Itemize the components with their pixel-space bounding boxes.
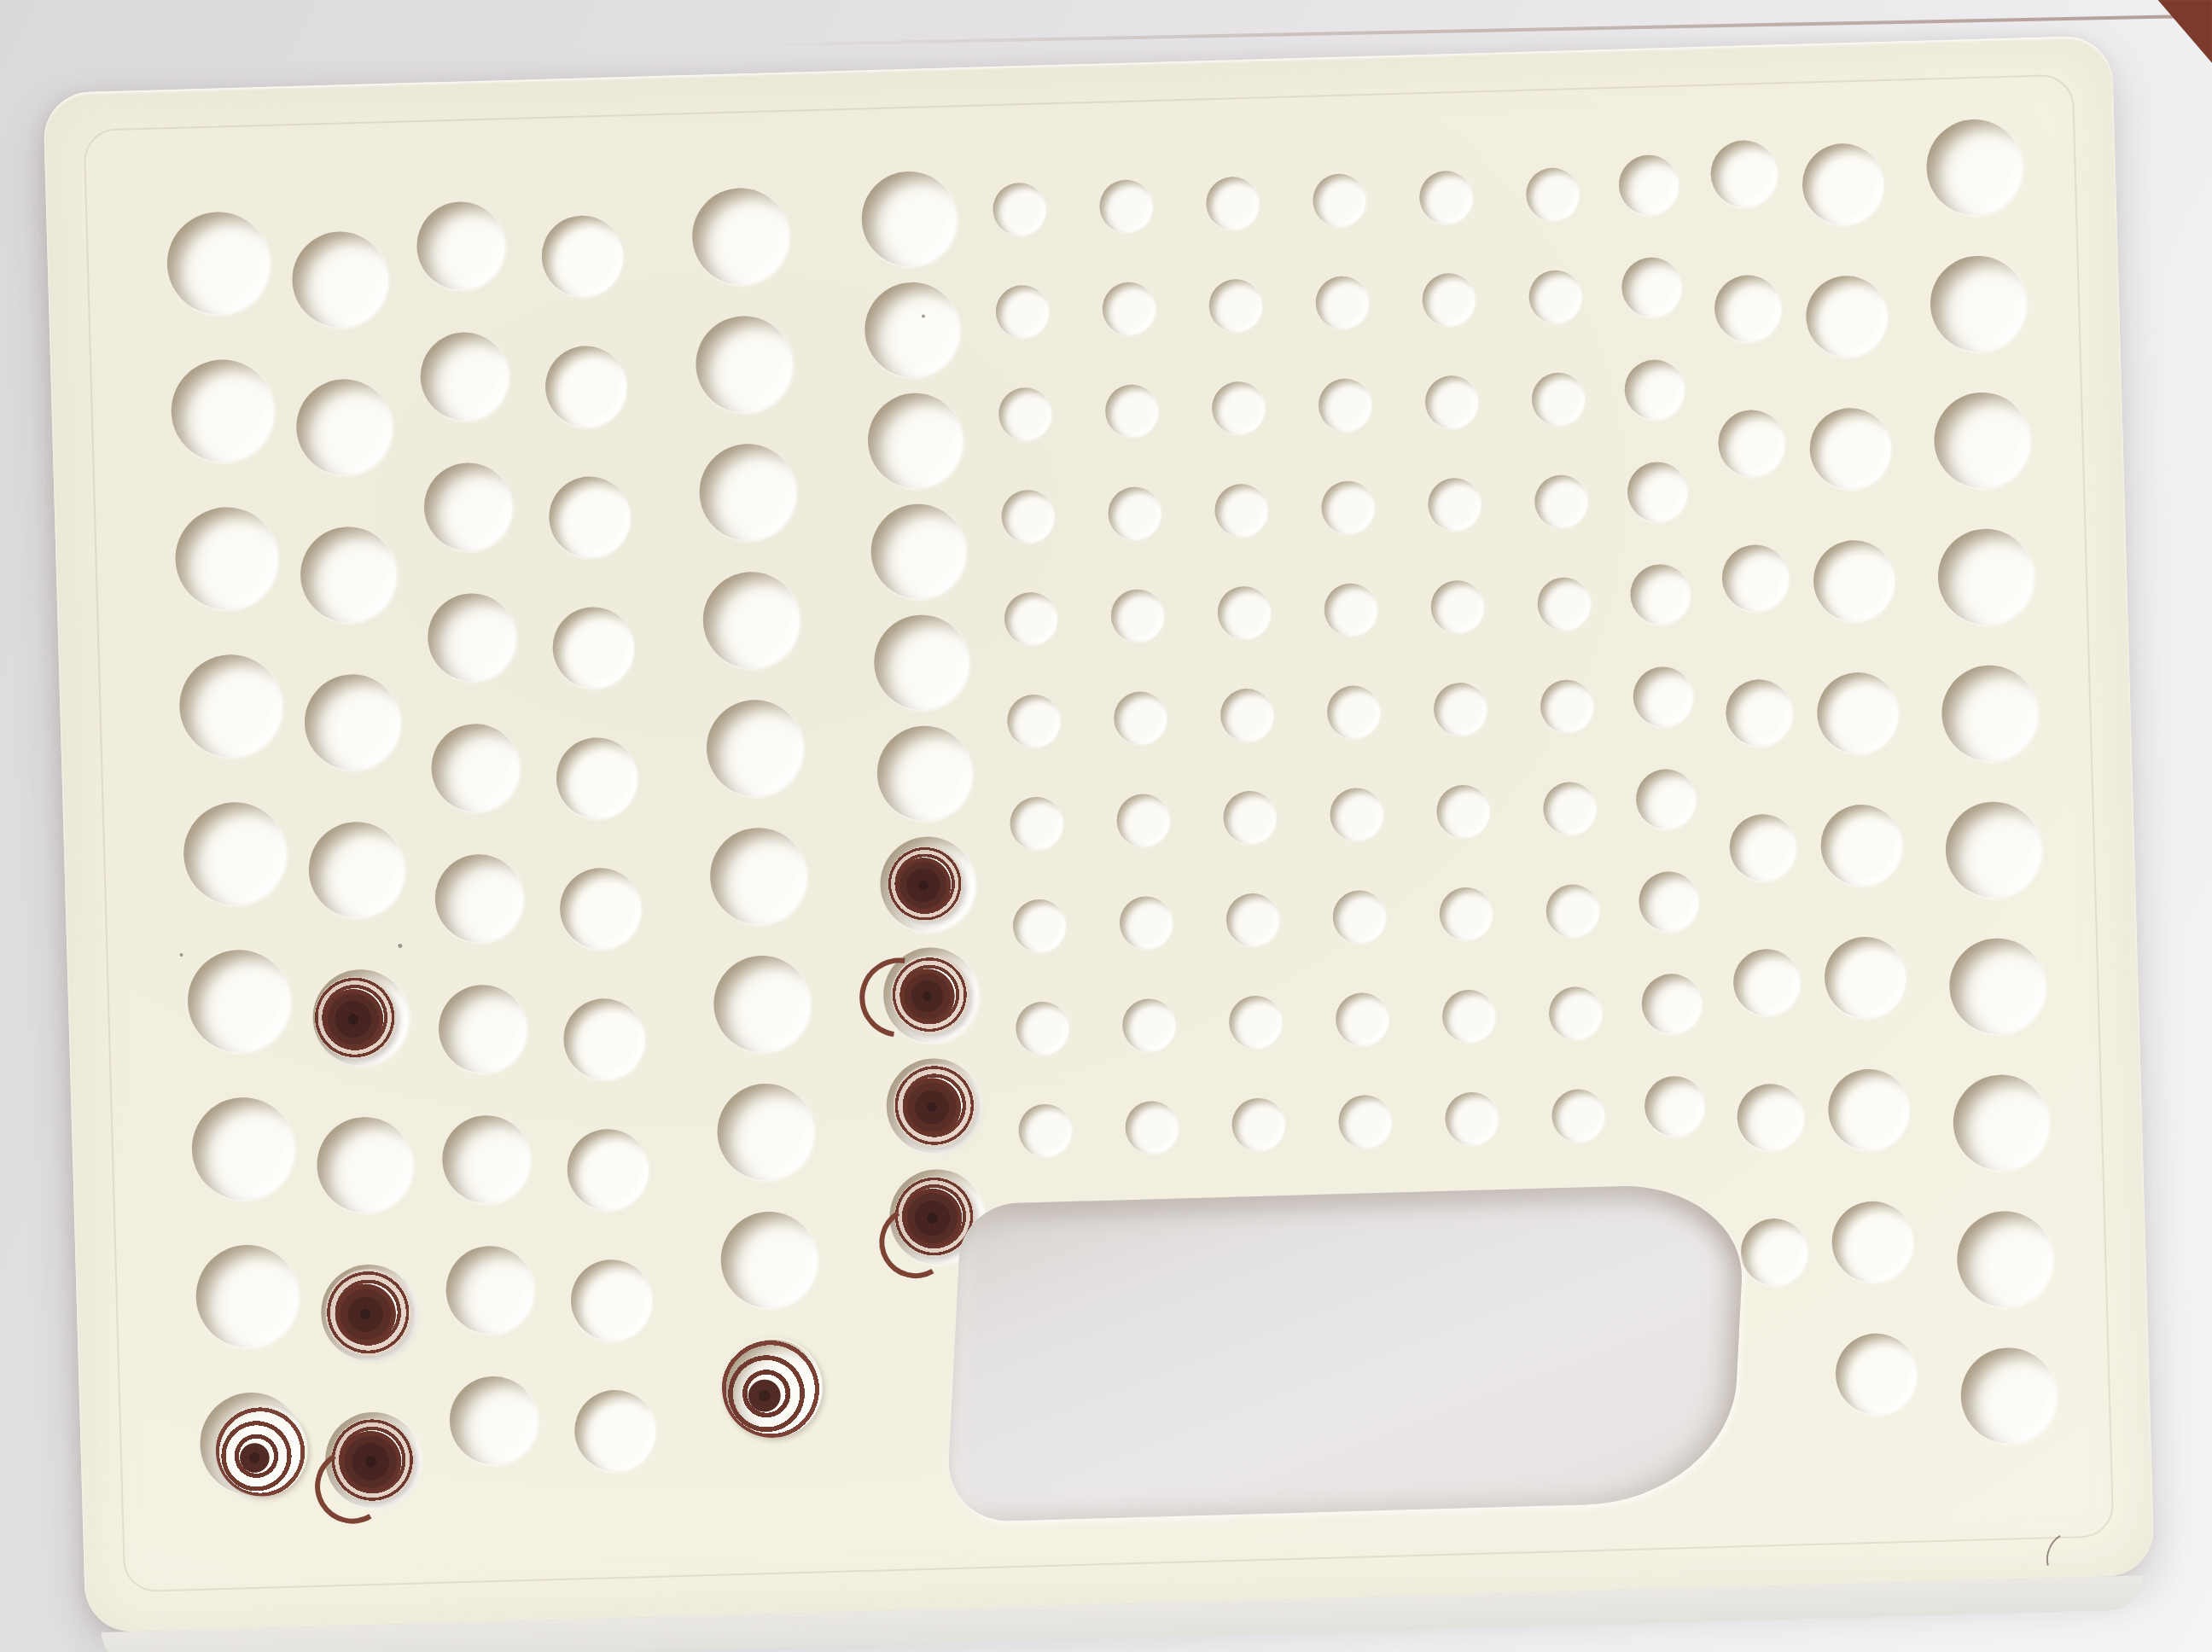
well-S4-8 [1332, 890, 1387, 945]
well-L3-8 [440, 1114, 531, 1204]
well-L4-4 [551, 606, 635, 689]
well-R2-7 [1823, 935, 1906, 1019]
well-L3-7 [437, 983, 527, 1073]
well-L3-9 [445, 1244, 535, 1335]
well-R1-9 [1740, 1218, 1808, 1286]
well-R1-8 [1736, 1083, 1804, 1151]
well-L5-1 [690, 186, 789, 285]
well-S1-8 [1012, 899, 1067, 953]
well-S2-10 [1125, 1101, 1179, 1155]
well-S2-1 [1099, 179, 1154, 234]
well-L3-6 [434, 852, 524, 943]
well-L5-4 [701, 570, 800, 669]
well-R2-2 [1805, 274, 1889, 358]
paper-coil-E [720, 1335, 824, 1439]
well-S6-3 [1531, 372, 1586, 427]
well-R3-5 [1941, 664, 2039, 762]
well-L6-4 [870, 503, 967, 600]
well-R2-4 [1812, 538, 1895, 622]
shaping-tray-recess [946, 1183, 1747, 1522]
well-R1-4 [1721, 544, 1790, 612]
well-S5-3 [1424, 375, 1479, 429]
well-L6-6 [876, 724, 973, 822]
well-R3-6 [1944, 800, 2042, 899]
well-S1-4 [1001, 489, 1056, 544]
well-L4-10 [573, 1388, 656, 1472]
coil-tail-J [871, 1198, 960, 1287]
well-S1-5 [1004, 591, 1058, 646]
well-S7-1 [1618, 154, 1679, 216]
well-R2-9 [1831, 1200, 1914, 1283]
well-S6-4 [1534, 474, 1588, 529]
well-S7-2 [1621, 257, 1682, 318]
well-L4-9 [569, 1258, 653, 1341]
well-L1-2 [170, 358, 275, 463]
well-S4-2 [1315, 276, 1370, 330]
well-S3-9 [1228, 995, 1283, 1050]
well-S2-4 [1108, 486, 1162, 541]
well-R2-6 [1819, 803, 1903, 887]
well-R3-4 [1936, 527, 2034, 625]
well-S1-2 [995, 284, 1050, 339]
well-S7-7 [1635, 768, 1697, 829]
well-S5-6 [1433, 682, 1487, 736]
well-L5-9 [719, 1210, 818, 1309]
well-S4-7 [1330, 788, 1384, 842]
well-S6-8 [1545, 884, 1600, 939]
well-S4-1 [1313, 173, 1367, 228]
well-L1-3 [174, 506, 279, 611]
well-S6-5 [1537, 577, 1592, 631]
well-L5-3 [698, 442, 797, 541]
well-S2-5 [1110, 589, 1165, 643]
well-L6-1 [860, 170, 958, 267]
well-L1-4 [178, 654, 283, 759]
well-L6-3 [866, 392, 963, 489]
well-R3-8 [1952, 1073, 2050, 1172]
well-R2-3 [1808, 406, 1892, 490]
well-S4-6 [1326, 685, 1381, 740]
well-S5-1 [1418, 170, 1473, 224]
well-L2-7 [316, 1116, 414, 1214]
well-R1-3 [1717, 409, 1785, 477]
well-R2-5 [1816, 671, 1900, 754]
well-R3-2 [1930, 254, 2028, 352]
well-L4-2 [544, 345, 627, 428]
well-S1-6 [1006, 694, 1061, 748]
well-S6-9 [1548, 986, 1603, 1041]
well-S6-1 [1525, 167, 1580, 222]
well-L1-5 [183, 801, 288, 906]
well-L4-8 [566, 1127, 649, 1211]
well-R2-10 [1834, 1332, 1918, 1416]
well-S5-7 [1436, 784, 1491, 839]
well-S6-2 [1528, 270, 1583, 324]
well-S1-3 [998, 387, 1052, 441]
well-S2-9 [1121, 998, 1176, 1053]
table-corner-dark [2140, 0, 2212, 65]
well-L2-5 [307, 821, 405, 919]
photo-stage [0, 0, 2212, 1652]
well-R1-5 [1725, 678, 1793, 747]
well-L4-7 [562, 997, 646, 1080]
coil-tail-D [307, 1440, 399, 1533]
well-L4-6 [558, 867, 642, 951]
well-L1-1 [166, 211, 271, 316]
well-S1-7 [1010, 796, 1064, 851]
well-L5-5 [705, 698, 804, 797]
well-S5-4 [1428, 477, 1482, 532]
well-S1-1 [992, 182, 1047, 236]
well-S7-5 [1629, 564, 1691, 625]
dust-speck-1 [398, 944, 402, 948]
well-S7-3 [1624, 359, 1685, 421]
well-R1-7 [1732, 948, 1801, 1016]
well-L4-3 [548, 475, 632, 559]
well-L5-7 [712, 954, 811, 1053]
well-S7-4 [1627, 462, 1688, 523]
well-S1-10 [1018, 1103, 1073, 1158]
quilling-board [43, 35, 2154, 1632]
well-L6-2 [863, 281, 960, 378]
well-L4-1 [540, 214, 624, 298]
well-S2-6 [1113, 691, 1167, 746]
well-L1-7 [190, 1096, 295, 1201]
well-S5-5 [1430, 579, 1485, 634]
well-R3-3 [1933, 391, 2031, 489]
well-L5-2 [694, 314, 793, 413]
well-L1-6 [186, 949, 291, 1054]
well-R2-8 [1827, 1067, 1911, 1151]
well-R3-9 [1956, 1210, 2054, 1308]
well-S7-8 [1638, 870, 1699, 932]
well-S4-9 [1335, 992, 1389, 1047]
well-S3-6 [1220, 688, 1274, 742]
well-S4-10 [1338, 1095, 1393, 1149]
well-S4-5 [1324, 583, 1378, 637]
well-R1-2 [1714, 274, 1782, 342]
well-S3-10 [1231, 1097, 1286, 1152]
well-S1-9 [1015, 1001, 1069, 1056]
well-S2-8 [1119, 896, 1173, 951]
well-L3-5 [430, 722, 521, 812]
well-S3-4 [1214, 483, 1269, 538]
well-R2-1 [1801, 143, 1884, 226]
well-L2-4 [303, 673, 401, 771]
well-R1-1 [1710, 140, 1778, 208]
well-L2-2 [295, 378, 393, 476]
well-S3-1 [1206, 176, 1260, 230]
well-L5-8 [716, 1082, 815, 1181]
well-S3-5 [1217, 585, 1272, 640]
well-S2-2 [1102, 282, 1156, 336]
well-S5-10 [1445, 1091, 1499, 1146]
well-L6-5 [872, 614, 969, 711]
well-L3-10 [448, 1375, 538, 1465]
well-L2-3 [300, 526, 398, 624]
well-S6-6 [1540, 679, 1594, 734]
well-L3-2 [419, 331, 509, 422]
well-S2-3 [1104, 384, 1159, 439]
well-L5-6 [708, 826, 807, 925]
well-S6-7 [1543, 782, 1598, 836]
well-S5-2 [1422, 272, 1476, 327]
well-R3-7 [1948, 937, 2046, 1035]
well-S6-10 [1551, 1089, 1606, 1143]
well-S3-2 [1208, 278, 1263, 333]
well-S5-9 [1441, 989, 1496, 1044]
well-S7-6 [1633, 666, 1694, 728]
well-S4-3 [1318, 378, 1372, 433]
well-S7-10 [1644, 1075, 1705, 1137]
well-L3-1 [416, 201, 506, 291]
well-S3-8 [1225, 893, 1280, 947]
well-S4-4 [1321, 480, 1376, 535]
well-L3-4 [426, 592, 516, 683]
well-R1-6 [1729, 813, 1797, 881]
well-L1-8 [195, 1243, 300, 1348]
well-S2-7 [1116, 794, 1171, 848]
well-S3-7 [1223, 790, 1278, 845]
well-S5-8 [1439, 887, 1493, 941]
well-R3-10 [1959, 1347, 2058, 1445]
well-L4-5 [555, 736, 638, 820]
well-S7-9 [1641, 973, 1703, 1034]
well-L3-3 [422, 462, 513, 552]
dust-speck-2 [179, 953, 183, 957]
well-R3-1 [1925, 119, 2023, 217]
well-S3-3 [1211, 381, 1266, 435]
well-L2-1 [291, 230, 389, 329]
